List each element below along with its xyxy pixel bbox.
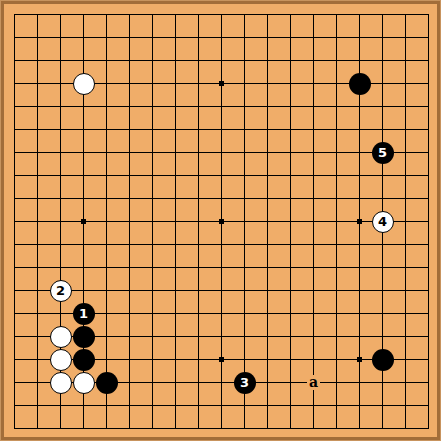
star-point [81, 219, 86, 224]
white-stone-move-4: 4 [372, 211, 394, 233]
black-stone [349, 73, 371, 95]
board-intersections: 54213a [3, 3, 440, 440]
star-point [219, 219, 224, 224]
star-point [357, 219, 362, 224]
black-stone [73, 349, 95, 371]
go-board: 54213a [0, 0, 441, 441]
white-stone [50, 372, 72, 394]
black-stone [372, 349, 394, 371]
star-point [219, 357, 224, 362]
black-stone-move-1: 1 [73, 303, 95, 325]
point-label-text: a [307, 375, 320, 390]
white-stone-move-2: 2 [50, 280, 72, 302]
white-stone [73, 372, 95, 394]
white-stone [50, 349, 72, 371]
point-label-a: a [307, 375, 320, 390]
black-stone [96, 372, 118, 394]
black-stone-move-5: 5 [372, 142, 394, 164]
white-stone [50, 326, 72, 348]
star-point [357, 357, 362, 362]
star-point [219, 81, 224, 86]
black-stone [73, 326, 95, 348]
white-stone [73, 73, 95, 95]
black-stone-move-3: 3 [234, 372, 256, 394]
